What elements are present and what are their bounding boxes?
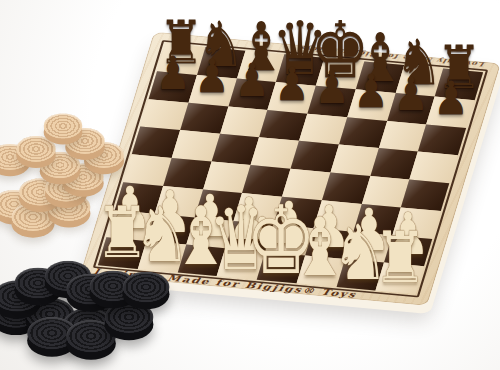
- chess-set-photo: Lovingly Made for Bigjigs® Toys Lovingly…: [0, 0, 500, 370]
- piece-black-pawn[interactable]: ♟: [354, 71, 389, 112]
- checker-dark[interactable]: [105, 301, 154, 333]
- piece-black-pawn[interactable]: ♟: [433, 78, 468, 119]
- piece-black-pawn[interactable]: ♟: [155, 53, 190, 94]
- piece-black-pawn[interactable]: ♟: [195, 56, 230, 97]
- piece-black-pawn[interactable]: ♟: [274, 64, 309, 105]
- checker-light[interactable]: [16, 136, 56, 162]
- checker-light[interactable]: [44, 113, 83, 138]
- piece-black-pawn[interactable]: ♟: [235, 60, 270, 101]
- piece-black-pawn[interactable]: ♟: [393, 74, 428, 115]
- piece-black-pawn[interactable]: ♟: [314, 67, 349, 108]
- checker-dark[interactable]: [123, 272, 170, 303]
- piece-white-rook[interactable]: ♜: [373, 226, 427, 290]
